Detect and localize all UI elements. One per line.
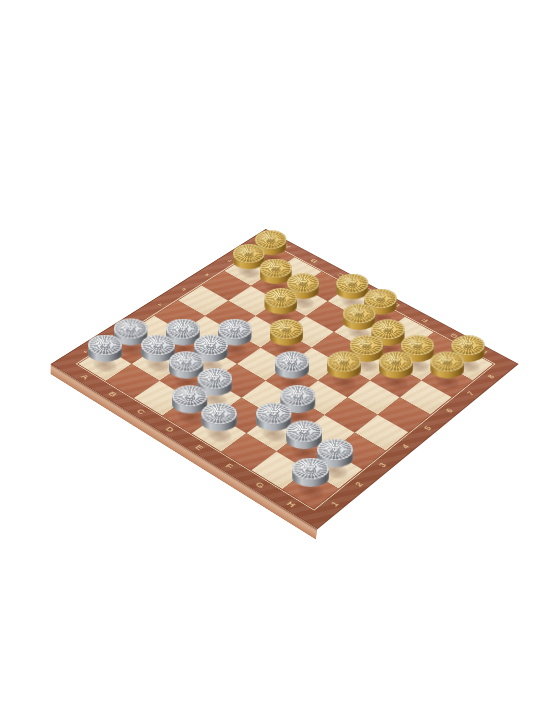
gold-disc[interactable]: ⛂	[264, 288, 297, 320]
crest-stamp-icon: ⛂	[430, 352, 464, 372]
disc-side	[379, 361, 413, 378]
disc-side	[327, 361, 361, 378]
gold-disc[interactable]: ⛂	[327, 351, 361, 384]
silver-disc[interactable]: ⛀	[275, 351, 309, 384]
checkers-board: ABCDEFGH ABCDEFGH 12345678 12345678 ⛂⛂⛂⛂…	[51, 229, 519, 529]
disc-side	[88, 344, 122, 361]
silver-disc[interactable]: ⛀	[201, 402, 237, 437]
crest-stamp-icon: ⛂	[379, 352, 413, 372]
gold-disc[interactable]: ⛂	[269, 319, 303, 352]
crest-stamp-icon: ⛀	[88, 335, 122, 355]
crest-stamp-icon: ⛀	[201, 403, 237, 424]
disc-top	[327, 351, 361, 372]
disc-top	[292, 457, 329, 479]
crest-stamp-icon: ⛂	[269, 320, 303, 340]
disc-side	[201, 413, 237, 431]
crest-stamp-icon: ⛀	[292, 458, 329, 480]
product-photo-scene: ABCDEFGH ABCDEFGH 12345678 12345678 ⛂⛂⛂⛂…	[0, 0, 540, 720]
gold-disc[interactable]: ⛂	[379, 351, 413, 384]
crest-stamp-icon: ⛂	[264, 289, 297, 308]
disc-top	[379, 351, 413, 371]
board-top-face: ABCDEFGH ABCDEFGH 12345678 12345678 ⛂⛂⛂⛂…	[51, 229, 519, 529]
disc-side	[275, 361, 309, 378]
crest-stamp-icon: ⛀	[275, 352, 309, 372]
disc-top	[275, 351, 309, 372]
silver-disc[interactable]: ⛀	[88, 334, 122, 367]
disc-top	[201, 402, 237, 423]
crest-stamp-icon: ⛂	[327, 352, 361, 372]
piece-layer: ⛂⛂⛂⛂⛂⛂⛂⛂⛂⛂⛂⛂⛂⛂⛂⛂⛀⛀⛀⛀⛀⛀⛀⛀⛀⛀⛀⛀⛀⛀⛀⛀	[78, 243, 493, 509]
disc-top	[88, 334, 122, 355]
silver-disc[interactable]: ⛀	[292, 457, 329, 493]
disc-side	[292, 468, 329, 486]
gold-disc[interactable]: ⛂	[430, 351, 464, 384]
